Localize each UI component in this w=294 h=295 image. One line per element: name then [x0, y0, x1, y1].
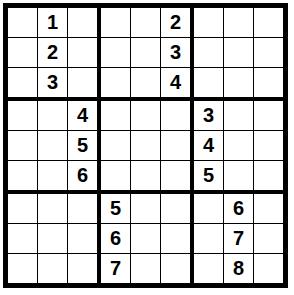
- sudoku-cell-r8c2[interactable]: [38, 224, 68, 254]
- sudoku-cell-r6c8[interactable]: [224, 161, 254, 194]
- given-digit: 5: [110, 197, 121, 220]
- sudoku-cell-r1c1[interactable]: [8, 8, 38, 38]
- sudoku-cell-r4c4[interactable]: [101, 101, 131, 131]
- sudoku-cell-r3c7[interactable]: [194, 68, 224, 101]
- sudoku-cell-r7c1[interactable]: [8, 194, 38, 224]
- sudoku-cell-r5c9[interactable]: [254, 131, 283, 161]
- sudoku-cell-r3c3[interactable]: [68, 68, 101, 101]
- sudoku-cell-r9c5[interactable]: [131, 254, 161, 283]
- sudoku-cell-r3c9[interactable]: [254, 68, 283, 101]
- sudoku-cell-r4c7[interactable]: 3: [194, 101, 224, 131]
- sudoku-cell-r8c8[interactable]: 7: [224, 224, 254, 254]
- sudoku-cell-r1c6[interactable]: 2: [161, 8, 194, 38]
- sudoku-cell-r6c6[interactable]: [161, 161, 194, 194]
- sudoku-cell-r5c1[interactable]: [8, 131, 38, 161]
- given-digit: 3: [47, 71, 58, 94]
- sudoku-cell-r2c9[interactable]: [254, 38, 283, 68]
- given-digit: 6: [110, 227, 121, 250]
- sudoku-cell-r3c4[interactable]: [101, 68, 131, 101]
- sudoku-cell-r3c6[interactable]: 4: [161, 68, 194, 101]
- sudoku-cell-r9c1[interactable]: [8, 254, 38, 283]
- sudoku-cell-r9c6[interactable]: [161, 254, 194, 283]
- sudoku-cell-r2c1[interactable]: [8, 38, 38, 68]
- given-digit: 4: [77, 104, 88, 127]
- sudoku-cell-r4c6[interactable]: [161, 101, 194, 131]
- sudoku-cell-r9c8[interactable]: 8: [224, 254, 254, 283]
- sudoku-cell-r9c4[interactable]: 7: [101, 254, 131, 283]
- sudoku-cell-r4c2[interactable]: [38, 101, 68, 131]
- sudoku-cell-r6c9[interactable]: [254, 161, 283, 194]
- sudoku-cell-r7c7[interactable]: [194, 194, 224, 224]
- sudoku-cell-r2c2[interactable]: 2: [38, 38, 68, 68]
- sudoku-cell-r8c6[interactable]: [161, 224, 194, 254]
- sudoku-cell-r5c6[interactable]: [161, 131, 194, 161]
- sudoku-cell-r6c7[interactable]: 5: [194, 161, 224, 194]
- sudoku-cell-r7c3[interactable]: [68, 194, 101, 224]
- sudoku-cell-r5c3[interactable]: 5: [68, 131, 101, 161]
- sudoku-cell-r6c5[interactable]: [131, 161, 161, 194]
- sudoku-cell-r7c5[interactable]: [131, 194, 161, 224]
- sudoku-board: 122334435465566778: [3, 3, 288, 288]
- given-digit: 1: [47, 11, 58, 34]
- sudoku-cell-r1c5[interactable]: [131, 8, 161, 38]
- sudoku-cell-r5c4[interactable]: [101, 131, 131, 161]
- sudoku-cell-r5c5[interactable]: [131, 131, 161, 161]
- sudoku-cell-r7c4[interactable]: 5: [101, 194, 131, 224]
- sudoku-cell-r2c3[interactable]: [68, 38, 101, 68]
- sudoku-cell-r1c7[interactable]: [194, 8, 224, 38]
- sudoku-cell-r9c3[interactable]: [68, 254, 101, 283]
- sudoku-cell-r5c7[interactable]: 4: [194, 131, 224, 161]
- sudoku-cell-r7c2[interactable]: [38, 194, 68, 224]
- sudoku-cell-r2c7[interactable]: [194, 38, 224, 68]
- sudoku-cell-r9c2[interactable]: [38, 254, 68, 283]
- sudoku-cell-r9c7[interactable]: [194, 254, 224, 283]
- given-digit: 4: [203, 134, 214, 157]
- given-digit: 7: [110, 257, 121, 280]
- sudoku-cell-r1c8[interactable]: [224, 8, 254, 38]
- sudoku-cell-r9c9[interactable]: [254, 254, 283, 283]
- sudoku-cell-r7c6[interactable]: [161, 194, 194, 224]
- given-digit: 2: [170, 11, 181, 34]
- sudoku-cell-r7c9[interactable]: [254, 194, 283, 224]
- sudoku-cell-r8c3[interactable]: [68, 224, 101, 254]
- sudoku-cell-r6c1[interactable]: [8, 161, 38, 194]
- sudoku-cell-r6c3[interactable]: 6: [68, 161, 101, 194]
- given-digit: 4: [170, 71, 181, 94]
- given-digit: 6: [233, 197, 244, 220]
- sudoku-cell-r2c8[interactable]: [224, 38, 254, 68]
- given-digit: 3: [170, 41, 181, 64]
- given-digit: 6: [77, 164, 88, 187]
- sudoku-cell-r5c8[interactable]: [224, 131, 254, 161]
- sudoku-cell-r7c8[interactable]: 6: [224, 194, 254, 224]
- given-digit: 3: [203, 104, 214, 127]
- sudoku-cell-r8c7[interactable]: [194, 224, 224, 254]
- sudoku-cell-r2c5[interactable]: [131, 38, 161, 68]
- given-digit: 2: [47, 41, 58, 64]
- sudoku-cell-r4c1[interactable]: [8, 101, 38, 131]
- sudoku-cell-r4c8[interactable]: [224, 101, 254, 131]
- sudoku-cell-r3c2[interactable]: 3: [38, 68, 68, 101]
- given-digit: 8: [233, 257, 244, 280]
- sudoku-cell-r4c5[interactable]: [131, 101, 161, 131]
- sudoku-cell-r4c3[interactable]: 4: [68, 101, 101, 131]
- sudoku-cell-r2c4[interactable]: [101, 38, 131, 68]
- sudoku-cell-r3c8[interactable]: [224, 68, 254, 101]
- sudoku-cell-r4c9[interactable]: [254, 101, 283, 131]
- sudoku-cell-r1c2[interactable]: 1: [38, 8, 68, 38]
- sudoku-cell-r8c9[interactable]: [254, 224, 283, 254]
- sudoku-cell-r8c1[interactable]: [8, 224, 38, 254]
- given-digit: 5: [77, 134, 88, 157]
- sudoku-cell-r2c6[interactable]: 3: [161, 38, 194, 68]
- given-digit: 7: [233, 227, 244, 250]
- sudoku-cell-r3c5[interactable]: [131, 68, 161, 101]
- sudoku-cell-r6c2[interactable]: [38, 161, 68, 194]
- sudoku-cell-r5c2[interactable]: [38, 131, 68, 161]
- sudoku-cell-r1c4[interactable]: [101, 8, 131, 38]
- given-digit: 5: [203, 164, 214, 187]
- sudoku-cell-r3c1[interactable]: [8, 68, 38, 101]
- sudoku-cell-r6c4[interactable]: [101, 161, 131, 194]
- sudoku-cell-r8c5[interactable]: [131, 224, 161, 254]
- sudoku-cell-r1c3[interactable]: [68, 8, 101, 38]
- sudoku-cell-r8c4[interactable]: 6: [101, 224, 131, 254]
- sudoku-cell-r1c9[interactable]: [254, 8, 283, 38]
